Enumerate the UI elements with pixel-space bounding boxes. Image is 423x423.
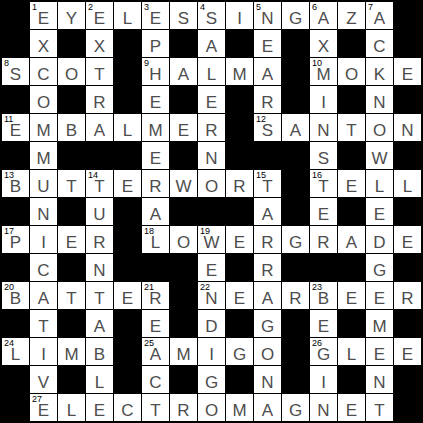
cell-letter: T xyxy=(30,318,57,335)
black-cell-r14c14 xyxy=(394,394,421,421)
letter-cell-r13c5[interactable]: C xyxy=(142,366,169,393)
letter-cell-r12c9[interactable]: O xyxy=(254,338,281,365)
cell-letter: L xyxy=(366,178,393,195)
letter-cell-r4c5[interactable]: M xyxy=(142,114,169,141)
cell-letter: T xyxy=(310,178,337,195)
letter-cell-r12c6[interactable]: M xyxy=(170,338,197,365)
cell-letter: E xyxy=(142,10,169,27)
letter-cell-r3c9[interactable]: R xyxy=(254,86,281,113)
black-cell-r5c6 xyxy=(170,142,197,169)
black-cell-r11c2 xyxy=(58,310,85,337)
cell-letter: G xyxy=(254,318,281,335)
letter-cell-r10c7[interactable]: 22N xyxy=(198,282,225,309)
cell-letter: K xyxy=(366,66,393,83)
letter-cell-r10c14[interactable]: R xyxy=(394,282,421,309)
black-cell-r9c0 xyxy=(2,254,29,281)
letter-cell-r10c1[interactable]: A xyxy=(30,282,57,309)
letter-cell-r0c9[interactable]: 5N xyxy=(254,2,281,29)
letter-cell-r7c11[interactable]: E xyxy=(310,198,337,225)
letter-cell-r4c7[interactable]: R xyxy=(198,114,225,141)
letter-cell-r0c6[interactable]: S xyxy=(170,2,197,29)
letter-cell-r4c13[interactable]: O xyxy=(366,114,393,141)
cell-letter: S xyxy=(198,10,225,27)
letter-cell-r8c8[interactable]: E xyxy=(226,226,253,253)
letter-cell-r2c5[interactable]: 9H xyxy=(142,58,169,85)
letter-cell-r7c5[interactable]: A xyxy=(142,198,169,225)
letter-cell-r2c2[interactable]: O xyxy=(58,58,85,85)
black-cell-r7c0 xyxy=(2,198,29,225)
cell-letter: U xyxy=(30,178,57,195)
letter-cell-r6c8[interactable]: R xyxy=(226,170,253,197)
letter-cell-r3c7[interactable]: E xyxy=(198,86,225,113)
cell-letter: L xyxy=(114,122,141,139)
cell-letter: O xyxy=(366,122,393,139)
letter-cell-r6c4[interactable]: E xyxy=(114,170,141,197)
letter-cell-r9c3[interactable]: N xyxy=(86,254,113,281)
letter-cell-r10c0[interactable]: 20B xyxy=(2,282,29,309)
cell-letter: T xyxy=(338,122,365,139)
letter-cell-r6c12[interactable]: E xyxy=(338,170,365,197)
cell-letter: R xyxy=(86,234,113,251)
letter-cell-r2c7[interactable]: L xyxy=(198,58,225,85)
cell-letter: G xyxy=(198,374,225,391)
letter-cell-r8c7[interactable]: 19W xyxy=(198,226,225,253)
letter-cell-r0c5[interactable]: 3E xyxy=(142,2,169,29)
cell-letter: G xyxy=(282,10,309,27)
letter-cell-r10c12[interactable]: E xyxy=(338,282,365,309)
cell-letter: W xyxy=(170,178,197,195)
cell-letter: E xyxy=(142,94,169,111)
cell-letter: E xyxy=(58,234,85,251)
letter-cell-r8c14[interactable]: E xyxy=(394,226,421,253)
letter-cell-r13c1[interactable]: V xyxy=(30,366,57,393)
cell-letter: W xyxy=(198,234,225,251)
cell-letter: N xyxy=(30,206,57,223)
letter-cell-r2c11[interactable]: 10M xyxy=(310,58,337,85)
letter-cell-r8c2[interactable]: E xyxy=(58,226,85,253)
cell-letter: E xyxy=(310,206,337,223)
letter-cell-r2c12[interactable]: O xyxy=(338,58,365,85)
cell-letter: E xyxy=(86,10,113,27)
letter-cell-r13c9[interactable]: N xyxy=(254,366,281,393)
black-cell-r3c8 xyxy=(226,86,253,113)
cell-letter: E xyxy=(394,66,421,83)
black-cell-r5c9 xyxy=(254,142,281,169)
cell-letter: B xyxy=(58,122,85,139)
letter-cell-r4c2[interactable]: B xyxy=(58,114,85,141)
black-cell-r3c12 xyxy=(338,86,365,113)
letter-cell-r5c5[interactable]: E xyxy=(142,142,169,169)
letter-cell-r14c7[interactable]: O xyxy=(198,394,225,421)
letter-cell-r8c0[interactable]: 17P xyxy=(2,226,29,253)
black-cell-r3c10 xyxy=(282,86,309,113)
cell-letter: S xyxy=(170,10,197,27)
black-cell-r6c10 xyxy=(282,170,309,197)
cell-letter: M xyxy=(226,66,253,83)
letter-cell-r8c11[interactable]: R xyxy=(310,226,337,253)
letter-cell-r2c0[interactable]: 8S xyxy=(2,58,29,85)
letter-cell-r10c13[interactable]: E xyxy=(366,282,393,309)
cell-letter: A xyxy=(310,10,337,27)
letter-cell-r6c11[interactable]: 16T xyxy=(310,170,337,197)
letter-cell-r12c11[interactable]: 26G xyxy=(310,338,337,365)
black-cell-r9c10 xyxy=(282,254,309,281)
black-cell-r7c2 xyxy=(58,198,85,225)
letter-cell-r10c9[interactable]: A xyxy=(254,282,281,309)
cell-letter: S xyxy=(2,66,29,83)
letter-cell-r14c3[interactable]: E xyxy=(86,394,113,421)
cell-letter: G xyxy=(226,346,253,363)
letter-cell-r4c4[interactable]: L xyxy=(114,114,141,141)
letter-cell-r14c2[interactable]: L xyxy=(58,394,85,421)
letter-cell-r6c0[interactable]: 13B xyxy=(2,170,29,197)
letter-cell-r2c14[interactable]: E xyxy=(394,58,421,85)
letter-cell-r3c13[interactable]: N xyxy=(366,86,393,113)
cell-letter: E xyxy=(30,402,57,419)
black-cell-r5c12 xyxy=(338,142,365,169)
black-cell-r5c8 xyxy=(226,142,253,169)
letter-cell-r12c1[interactable]: I xyxy=(30,338,57,365)
cell-letter: I xyxy=(310,94,337,111)
letter-cell-r10c5[interactable]: 21R xyxy=(142,282,169,309)
letter-cell-r12c12[interactable]: L xyxy=(338,338,365,365)
letter-cell-r6c6[interactable]: W xyxy=(170,170,197,197)
black-cell-r2c4 xyxy=(114,58,141,85)
letter-cell-r12c7[interactable]: I xyxy=(198,338,225,365)
letter-cell-r8c3[interactable]: R xyxy=(86,226,113,253)
letter-cell-r12c0[interactable]: 24L xyxy=(2,338,29,365)
cell-letter: L xyxy=(394,178,421,195)
letter-cell-r8c9[interactable]: R xyxy=(254,226,281,253)
letter-cell-r14c6[interactable]: R xyxy=(170,394,197,421)
cell-letter: T xyxy=(58,178,85,195)
cell-letter: R xyxy=(170,402,197,419)
cell-letter: R xyxy=(254,94,281,111)
letter-cell-r11c3[interactable]: A xyxy=(86,310,113,337)
letter-cell-r10c10[interactable]: R xyxy=(282,282,309,309)
letter-cell-r5c11[interactable]: S xyxy=(310,142,337,169)
letter-cell-r14c1[interactable]: 27E xyxy=(30,394,57,421)
black-cell-r7c4 xyxy=(114,198,141,225)
cell-letter: A xyxy=(170,66,197,83)
letter-cell-r11c13[interactable]: M xyxy=(366,310,393,337)
cell-letter: L xyxy=(142,234,169,251)
cell-letter: E xyxy=(114,178,141,195)
letter-cell-r0c10[interactable]: G xyxy=(282,2,309,29)
black-cell-r9c4 xyxy=(114,254,141,281)
letter-cell-r2c13[interactable]: K xyxy=(366,58,393,85)
letter-cell-r2c1[interactable]: C xyxy=(30,58,57,85)
black-cell-r11c14 xyxy=(394,310,421,337)
letter-cell-r7c13[interactable]: E xyxy=(366,198,393,225)
cell-letter: W xyxy=(366,150,393,167)
cell-letter: T xyxy=(58,290,85,307)
letter-cell-r0c3[interactable]: 2E xyxy=(86,2,113,29)
letter-cell-r4c11[interactable]: N xyxy=(310,114,337,141)
black-cell-r3c14 xyxy=(394,86,421,113)
cell-letter: L xyxy=(198,66,225,83)
letter-cell-r13c7[interactable]: G xyxy=(198,366,225,393)
cell-letter: T xyxy=(86,290,113,307)
cell-letter: M xyxy=(30,150,57,167)
cell-letter: Z xyxy=(338,10,365,27)
cell-letter: M xyxy=(170,346,197,363)
letter-cell-r6c1[interactable]: U xyxy=(30,170,57,197)
black-cell-r11c12 xyxy=(338,310,365,337)
letter-cell-r12c3[interactable]: B xyxy=(86,338,113,365)
black-cell-r0c14 xyxy=(394,2,421,29)
letter-cell-r1c5[interactable]: P xyxy=(142,30,169,57)
letter-cell-r0c11[interactable]: 6A xyxy=(310,2,337,29)
letter-cell-r1c13[interactable]: C xyxy=(366,30,393,57)
letter-cell-r6c2[interactable]: T xyxy=(58,170,85,197)
letter-cell-r13c13[interactable]: N xyxy=(366,366,393,393)
cell-letter: E xyxy=(114,290,141,307)
letter-cell-r14c12[interactable]: E xyxy=(338,394,365,421)
letter-cell-r12c14[interactable]: E xyxy=(394,338,421,365)
black-cell-r13c10 xyxy=(282,366,309,393)
cell-letter: O xyxy=(198,178,225,195)
letter-cell-r5c1[interactable]: M xyxy=(30,142,57,169)
letter-cell-r8c13[interactable]: D xyxy=(366,226,393,253)
cell-letter: O xyxy=(198,402,225,419)
cell-letter: A xyxy=(86,318,113,335)
letter-cell-r3c5[interactable]: E xyxy=(142,86,169,113)
letter-cell-r14c4[interactable]: C xyxy=(114,394,141,421)
cell-letter: P xyxy=(142,38,169,55)
cell-letter: N xyxy=(198,290,225,307)
black-cell-r14c0 xyxy=(2,394,29,421)
black-cell-r7c8 xyxy=(226,198,253,225)
cell-letter: N xyxy=(366,374,393,391)
letter-cell-r8c10[interactable]: G xyxy=(282,226,309,253)
cell-letter: C xyxy=(366,38,393,55)
letter-cell-r6c9[interactable]: 15T xyxy=(254,170,281,197)
black-cell-r5c10 xyxy=(282,142,309,169)
cell-letter: C xyxy=(142,374,169,391)
cell-letter: E xyxy=(338,290,365,307)
black-cell-r1c14 xyxy=(394,30,421,57)
letter-cell-r9c1[interactable]: C xyxy=(30,254,57,281)
cell-letter: O xyxy=(58,66,85,83)
cell-letter: M xyxy=(310,66,337,83)
cell-letter: G xyxy=(282,234,309,251)
cell-letter: O xyxy=(338,66,365,83)
letter-cell-r1c3[interactable]: X xyxy=(86,30,113,57)
cell-letter: N xyxy=(254,374,281,391)
letter-cell-r12c8[interactable]: G xyxy=(226,338,253,365)
cell-letter: B xyxy=(86,346,113,363)
cell-letter: G xyxy=(310,346,337,363)
cell-letter: L xyxy=(114,10,141,27)
black-cell-r9c11 xyxy=(310,254,337,281)
letter-cell-r13c3[interactable]: L xyxy=(86,366,113,393)
letter-cell-r10c3[interactable]: T xyxy=(86,282,113,309)
letter-cell-r6c14[interactable]: L xyxy=(394,170,421,197)
letter-cell-r4c10[interactable]: A xyxy=(282,114,309,141)
cell-letter: R xyxy=(226,178,253,195)
letter-cell-r9c9[interactable]: R xyxy=(254,254,281,281)
letter-cell-r1c9[interactable]: E xyxy=(254,30,281,57)
letter-cell-r10c2[interactable]: T xyxy=(58,282,85,309)
letter-cell-r11c9[interactable]: G xyxy=(254,310,281,337)
black-cell-r1c0 xyxy=(2,30,29,57)
letter-cell-r11c11[interactable]: E xyxy=(310,310,337,337)
cell-letter: R xyxy=(86,94,113,111)
cell-letter: R xyxy=(142,178,169,195)
cell-letter: E xyxy=(394,346,421,363)
cell-letter: C xyxy=(30,262,57,279)
cell-letter: S xyxy=(310,150,337,167)
black-cell-r9c8 xyxy=(226,254,253,281)
letter-cell-r7c3[interactable]: U xyxy=(86,198,113,225)
cell-letter: T xyxy=(366,402,393,419)
black-cell-r1c12 xyxy=(338,30,365,57)
letter-cell-r0c12[interactable]: Z xyxy=(338,2,365,29)
letter-cell-r0c13[interactable]: 7A xyxy=(366,2,393,29)
letter-cell-r8c12[interactable]: A xyxy=(338,226,365,253)
black-cell-r13c0 xyxy=(2,366,29,393)
cell-letter: A xyxy=(254,206,281,223)
cell-letter: L xyxy=(86,374,113,391)
letter-cell-r10c4[interactable]: E xyxy=(114,282,141,309)
cell-letter: N xyxy=(310,402,337,419)
cell-letter: I xyxy=(30,234,57,251)
cell-letter: O xyxy=(170,234,197,251)
cell-letter: T xyxy=(86,178,113,195)
cell-letter: E xyxy=(310,318,337,335)
black-cell-r9c14 xyxy=(394,254,421,281)
cell-letter: B xyxy=(2,290,29,307)
cell-letter: N xyxy=(254,10,281,27)
cell-letter: E xyxy=(338,178,365,195)
cell-letter: E xyxy=(198,94,225,111)
black-cell-r9c2 xyxy=(58,254,85,281)
cell-letter: O xyxy=(254,346,281,363)
cell-letter: E xyxy=(366,346,393,363)
black-cell-r11c8 xyxy=(226,310,253,337)
letter-cell-r2c8[interactable]: M xyxy=(226,58,253,85)
letter-cell-r11c1[interactable]: T xyxy=(30,310,57,337)
letter-cell-r10c8[interactable]: E xyxy=(226,282,253,309)
letter-cell-r12c5[interactable]: 25A xyxy=(142,338,169,365)
letter-cell-r4c9[interactable]: 12S xyxy=(254,114,281,141)
letter-cell-r9c7[interactable]: E xyxy=(198,254,225,281)
letter-cell-r11c7[interactable]: D xyxy=(198,310,225,337)
letter-cell-r14c11[interactable]: N xyxy=(310,394,337,421)
letter-cell-r3c11[interactable]: I xyxy=(310,86,337,113)
cell-letter: A xyxy=(86,122,113,139)
letter-cell-r6c3[interactable]: 14T xyxy=(86,170,113,197)
black-cell-r12c4 xyxy=(114,338,141,365)
letter-cell-r4c12[interactable]: T xyxy=(338,114,365,141)
letter-cell-r12c13[interactable]: E xyxy=(366,338,393,365)
letter-cell-r13c11[interactable]: I xyxy=(310,366,337,393)
cell-letter: M xyxy=(30,122,57,139)
cell-letter: E xyxy=(254,38,281,55)
letter-cell-r2c3[interactable]: T xyxy=(86,58,113,85)
letter-cell-r5c7[interactable]: N xyxy=(198,142,225,169)
cell-letter: E xyxy=(86,402,113,419)
cell-letter: R xyxy=(310,234,337,251)
cell-letter: A xyxy=(254,66,281,83)
cell-letter: N xyxy=(86,262,113,279)
letter-cell-r8c5[interactable]: 18L xyxy=(142,226,169,253)
letter-cell-r6c7[interactable]: O xyxy=(198,170,225,197)
letter-cell-r8c1[interactable]: I xyxy=(30,226,57,253)
letter-cell-r2c9[interactable]: A xyxy=(254,58,281,85)
cell-letter: B xyxy=(2,178,29,195)
letter-cell-r4c0[interactable]: 11E xyxy=(2,114,29,141)
black-cell-r8c4 xyxy=(114,226,141,253)
cell-letter: E xyxy=(338,402,365,419)
letter-cell-r5c13[interactable]: W xyxy=(366,142,393,169)
letter-cell-r10c11[interactable]: 23B xyxy=(310,282,337,309)
letter-cell-r0c1[interactable]: 1E xyxy=(30,2,57,29)
cell-letter: I xyxy=(226,10,253,27)
black-cell-r5c14 xyxy=(394,142,421,169)
letter-cell-r1c7[interactable]: A xyxy=(198,30,225,57)
letter-cell-r12c2[interactable]: M xyxy=(58,338,85,365)
cell-letter: M xyxy=(226,402,253,419)
letter-cell-r3c1[interactable]: O xyxy=(30,86,57,113)
black-cell-r7c7 xyxy=(198,198,225,225)
black-cell-r3c2 xyxy=(58,86,85,113)
letter-cell-r9c13[interactable]: G xyxy=(366,254,393,281)
cell-letter: E xyxy=(30,10,57,27)
cell-letter: Y xyxy=(58,10,85,27)
cell-letter: G xyxy=(282,402,309,419)
letter-cell-r0c8[interactable]: I xyxy=(226,2,253,29)
letter-cell-r0c4[interactable]: L xyxy=(114,2,141,29)
letter-cell-r3c3[interactable]: R xyxy=(86,86,113,113)
letter-cell-r4c6[interactable]: E xyxy=(170,114,197,141)
letter-cell-r8c6[interactable]: O xyxy=(170,226,197,253)
letter-cell-r14c9[interactable]: A xyxy=(254,394,281,421)
letter-cell-r7c9[interactable]: A xyxy=(254,198,281,225)
letter-cell-r14c10[interactable]: G xyxy=(282,394,309,421)
black-cell-r7c10 xyxy=(282,198,309,225)
letter-cell-r1c1[interactable]: X xyxy=(30,30,57,57)
cell-letter: A xyxy=(254,402,281,419)
cell-letter: E xyxy=(198,262,225,279)
cell-letter: R xyxy=(142,290,169,307)
black-cell-r5c2 xyxy=(58,142,85,169)
letter-cell-r14c13[interactable]: T xyxy=(366,394,393,421)
cell-letter: N xyxy=(198,150,225,167)
letter-cell-r0c2[interactable]: Y xyxy=(58,2,85,29)
letter-cell-r11c5[interactable]: E xyxy=(142,310,169,337)
letter-cell-r6c13[interactable]: L xyxy=(366,170,393,197)
letter-cell-r2c6[interactable]: A xyxy=(170,58,197,85)
letter-cell-r1c11[interactable]: X xyxy=(310,30,337,57)
letter-cell-r7c1[interactable]: N xyxy=(30,198,57,225)
letter-cell-r14c5[interactable]: T xyxy=(142,394,169,421)
letter-cell-r6c5[interactable]: R xyxy=(142,170,169,197)
letter-cell-r4c3[interactable]: A xyxy=(86,114,113,141)
cell-letter: H xyxy=(142,66,169,83)
cell-letter: B xyxy=(310,290,337,307)
letter-cell-r4c1[interactable]: M xyxy=(30,114,57,141)
letter-cell-r0c7[interactable]: 4S xyxy=(198,2,225,29)
letter-cell-r4c14[interactable]: N xyxy=(394,114,421,141)
black-cell-r13c6 xyxy=(170,366,197,393)
crossword-grid: 1EY2EL3ES4SI5NG6AZ7AXXPAEXC8SCOT9HALMA10… xyxy=(0,0,423,423)
cell-letter: E xyxy=(142,150,169,167)
letter-cell-r14c8[interactable]: M xyxy=(226,394,253,421)
cell-letter: A xyxy=(198,38,225,55)
cell-letter: N xyxy=(310,122,337,139)
